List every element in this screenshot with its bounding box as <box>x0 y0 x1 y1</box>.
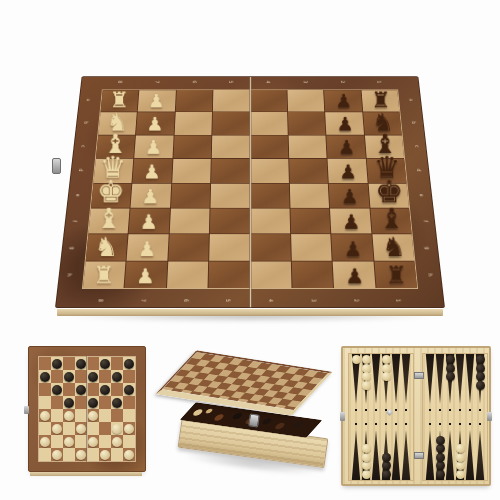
square[interactable] <box>99 357 111 370</box>
square[interactable] <box>63 422 75 435</box>
square[interactable]: ♞ <box>372 234 414 260</box>
pip-dot-icon <box>429 409 431 411</box>
light-checker[interactable] <box>52 424 62 434</box>
pip-dot-icon <box>365 423 367 425</box>
pip-dot-icon <box>469 423 471 425</box>
dark-backgammon-checker[interactable] <box>436 436 445 445</box>
backgammon-point[interactable] <box>475 430 485 480</box>
coordinate-label: e <box>75 194 81 197</box>
light-checker[interactable] <box>112 424 122 434</box>
coordinate-label: 2 <box>340 81 345 83</box>
pip-dot-icon <box>459 409 461 411</box>
pip-dot-icon <box>405 409 407 411</box>
white-p-piece[interactable]: ♟ <box>138 239 156 259</box>
square[interactable] <box>87 448 99 461</box>
dark-backgammon-checker[interactable] <box>476 381 485 390</box>
light-checker[interactable] <box>124 424 134 434</box>
black-p-piece[interactable]: ♟ <box>342 213 360 233</box>
dark-checker[interactable] <box>112 372 122 382</box>
square[interactable] <box>63 383 75 396</box>
dark-checker[interactable] <box>100 385 110 395</box>
pip-dot-icon <box>449 409 451 411</box>
square[interactable] <box>87 409 99 422</box>
square[interactable]: ♟ <box>133 159 173 183</box>
dark-backgammon-checker[interactable] <box>436 470 445 479</box>
dark-checker[interactable] <box>124 359 134 369</box>
square[interactable] <box>250 90 287 112</box>
square[interactable] <box>123 435 135 448</box>
square[interactable] <box>39 422 51 435</box>
coordinate-label: a <box>409 99 415 101</box>
light-backgammon-checker[interactable] <box>362 355 371 364</box>
square[interactable]: ♜ <box>83 261 126 288</box>
square[interactable] <box>250 135 288 158</box>
dark-backgammon-checker[interactable] <box>446 355 455 364</box>
square[interactable] <box>111 396 123 409</box>
square[interactable] <box>51 448 63 461</box>
square[interactable] <box>39 370 51 383</box>
backgammon-point[interactable] <box>445 430 455 480</box>
square[interactable] <box>288 112 326 134</box>
clasp-icon <box>248 413 260 427</box>
pip-dot-icon <box>355 423 357 425</box>
backgammon-right-half <box>422 353 488 481</box>
square[interactable]: ♝ <box>370 208 411 233</box>
square[interactable] <box>99 396 111 409</box>
pip-dot-icon <box>479 409 481 411</box>
pip-dot-icon <box>479 423 481 425</box>
light-checker[interactable] <box>88 437 98 447</box>
pip-dot-icon <box>469 409 471 411</box>
black-p-piece[interactable]: ♟ <box>335 93 352 112</box>
dark-backgammon-checker[interactable] <box>436 453 445 462</box>
square[interactable] <box>167 261 209 288</box>
square[interactable] <box>176 90 213 112</box>
square[interactable] <box>63 357 75 370</box>
square[interactable] <box>51 396 63 409</box>
coordinate-label: d <box>78 169 84 172</box>
square[interactable] <box>99 383 111 396</box>
clasp-icon <box>24 406 29 414</box>
square[interactable] <box>87 396 99 409</box>
pip-dot-icon <box>385 423 387 425</box>
light-checker[interactable] <box>100 450 110 460</box>
square[interactable] <box>39 383 51 396</box>
black-p-piece[interactable]: ♟ <box>344 239 362 259</box>
coordinate-label: 6 <box>183 299 189 302</box>
square[interactable] <box>123 409 135 422</box>
coordinate-label: 4 <box>266 81 271 83</box>
square[interactable] <box>290 208 330 233</box>
square[interactable] <box>63 409 75 422</box>
square[interactable] <box>123 383 135 396</box>
coordinate-label: 8 <box>97 299 103 302</box>
black-p-piece[interactable]: ♟ <box>345 267 364 288</box>
square[interactable]: ♟ <box>138 90 176 112</box>
square[interactable] <box>111 370 123 383</box>
light-checker[interactable] <box>52 450 62 460</box>
backgammon-point[interactable] <box>371 430 381 480</box>
square[interactable] <box>99 448 111 461</box>
checkers-fold-seam <box>86 356 88 462</box>
square[interactable] <box>250 159 288 183</box>
coordinate-label: 3 <box>303 81 308 83</box>
dark-checker[interactable] <box>40 372 50 382</box>
pip-dot-icon <box>395 423 397 425</box>
black-r-piece[interactable]: ♜ <box>386 264 407 288</box>
backgammon-board <box>341 346 491 486</box>
clasp-icon <box>487 412 492 421</box>
square[interactable] <box>87 435 99 448</box>
coordinate-label: f <box>72 220 78 222</box>
backgammon-point[interactable] <box>351 430 361 480</box>
coordinate-label: g <box>424 246 430 249</box>
light-checker[interactable] <box>112 437 122 447</box>
light-checker[interactable] <box>76 424 86 434</box>
square[interactable] <box>173 135 211 158</box>
square[interactable] <box>250 234 290 260</box>
square[interactable] <box>51 422 63 435</box>
square[interactable]: ♟ <box>329 183 369 207</box>
square[interactable] <box>51 409 63 422</box>
pip-dot-icon <box>449 423 451 425</box>
square[interactable]: ♟ <box>131 183 171 207</box>
square[interactable]: ♟ <box>332 234 374 260</box>
square[interactable] <box>51 435 63 448</box>
coordinate-label: d <box>416 169 422 172</box>
main-chess-photo: ♜♟♟♜♞♟♟♞♝♟♟♝♛♟♟♛♚♟♟♚♝♟♟♝♞♟♟♞♜♟♟♜ 88aa77b… <box>55 6 445 318</box>
light-checker[interactable] <box>64 437 74 447</box>
light-checker[interactable] <box>40 411 50 421</box>
pip-dot-icon <box>429 423 431 425</box>
light-backgammon-checker[interactable] <box>352 355 361 364</box>
square[interactable] <box>287 90 324 112</box>
square[interactable] <box>292 261 334 288</box>
square[interactable]: ♟ <box>330 208 371 233</box>
square[interactable] <box>111 422 123 435</box>
checkers-photo <box>20 340 152 490</box>
square[interactable] <box>123 357 135 370</box>
checkers-box-edge <box>30 472 142 476</box>
light-checker[interactable] <box>76 450 86 460</box>
backgammon-quadrant <box>351 430 411 480</box>
square[interactable] <box>250 112 287 134</box>
coordinate-label: b <box>411 121 417 124</box>
square[interactable] <box>211 183 250 207</box>
square[interactable] <box>289 135 327 158</box>
board-fold-seam <box>249 77 252 307</box>
coordinate-label: c <box>414 145 420 147</box>
square[interactable] <box>51 370 63 383</box>
white-p-piece[interactable]: ♟ <box>140 213 158 233</box>
checkers-board <box>28 346 146 472</box>
pip-dot-icon <box>439 423 441 425</box>
coordinate-label: c <box>80 145 86 147</box>
square[interactable] <box>212 112 249 134</box>
light-backgammon-checker[interactable] <box>456 453 465 462</box>
square[interactable] <box>169 208 209 233</box>
pip-dot-icon <box>355 409 357 411</box>
square[interactable] <box>39 448 51 461</box>
black-p-piece[interactable]: ♟ <box>338 138 355 157</box>
light-checker[interactable] <box>124 450 134 460</box>
backgammon-point[interactable] <box>425 430 435 480</box>
backgammon-point[interactable] <box>401 430 411 480</box>
pip-dot-icon <box>459 423 461 425</box>
black-b-piece[interactable]: ♝ <box>379 205 404 233</box>
square[interactable] <box>111 435 123 448</box>
square[interactable] <box>289 159 328 183</box>
coordinate-label: g <box>69 246 75 249</box>
square[interactable] <box>111 383 123 396</box>
coordinate-label: h <box>66 274 72 277</box>
backgammon-photo <box>340 344 494 490</box>
coordinate-label: 6 <box>191 81 196 83</box>
coordinate-label: 8 <box>117 81 122 83</box>
backgammon-point[interactable] <box>465 354 475 404</box>
square[interactable] <box>210 208 250 233</box>
white-p-piece[interactable]: ♟ <box>145 138 162 157</box>
square[interactable] <box>87 357 99 370</box>
square[interactable] <box>63 370 75 383</box>
square[interactable] <box>250 208 290 233</box>
square[interactable] <box>111 357 123 370</box>
white-p-piece[interactable]: ♟ <box>148 93 165 112</box>
coordinate-label: e <box>419 194 425 197</box>
light-checker[interactable] <box>64 411 74 421</box>
square[interactable]: ♟ <box>129 208 170 233</box>
coordinate-label: 1 <box>395 299 401 302</box>
square[interactable]: ♟ <box>324 90 362 112</box>
light-backgammon-checker[interactable] <box>362 453 371 462</box>
dark-checker[interactable] <box>100 359 110 369</box>
backgammon-point[interactable] <box>371 354 381 404</box>
coordinate-label: f <box>423 220 429 222</box>
square[interactable] <box>174 112 212 134</box>
square[interactable] <box>99 422 111 435</box>
white-p-piece[interactable]: ♟ <box>136 267 155 288</box>
hinge-icon <box>414 452 424 459</box>
coordinate-label: 5 <box>228 81 233 83</box>
square[interactable] <box>213 90 250 112</box>
white-n-piece[interactable]: ♞ <box>94 233 118 259</box>
white-b-piece[interactable]: ♝ <box>96 205 121 233</box>
dark-checker[interactable] <box>112 398 122 408</box>
square[interactable] <box>63 435 75 448</box>
dark-checker[interactable] <box>52 385 62 395</box>
coordinate-label: a <box>86 99 92 101</box>
square[interactable] <box>211 159 249 183</box>
folded-box-photo <box>165 336 335 492</box>
square[interactable]: ♟ <box>328 159 368 183</box>
square[interactable] <box>63 448 75 461</box>
square[interactable]: ♟ <box>125 261 167 288</box>
square[interactable] <box>123 422 135 435</box>
square[interactable] <box>99 435 111 448</box>
square[interactable] <box>51 383 63 396</box>
pip-dot-icon <box>365 409 367 411</box>
square[interactable] <box>250 261 291 288</box>
backgammon-point[interactable] <box>391 354 401 404</box>
light-backgammon-checker[interactable] <box>362 381 371 390</box>
dark-backgammon-checker[interactable] <box>382 453 391 462</box>
square[interactable]: ♟ <box>325 112 363 134</box>
black-n-piece[interactable]: ♞ <box>382 233 406 259</box>
clasp-icon <box>52 158 61 174</box>
square[interactable] <box>209 261 250 288</box>
square[interactable]: ♟ <box>333 261 375 288</box>
square[interactable] <box>99 370 111 383</box>
square[interactable] <box>87 370 99 383</box>
square[interactable] <box>123 370 135 383</box>
light-backgammon-checker[interactable] <box>382 355 391 364</box>
backgammon-left-half <box>348 353 414 481</box>
square[interactable] <box>39 357 51 370</box>
white-r-piece[interactable]: ♜ <box>93 264 114 288</box>
box-checkered-lid <box>155 350 332 416</box>
white-p-piece[interactable]: ♟ <box>146 115 163 134</box>
backgammon-quadrant <box>425 430 485 480</box>
hinge-icon <box>414 372 424 379</box>
square[interactable] <box>212 135 250 158</box>
square[interactable]: ♝ <box>88 208 129 233</box>
black-p-piece[interactable]: ♟ <box>339 162 356 181</box>
square[interactable] <box>39 396 51 409</box>
black-p-piece[interactable]: ♟ <box>337 115 354 134</box>
square[interactable] <box>168 234 209 260</box>
coordinate-label: 4 <box>268 299 274 302</box>
dark-checker[interactable] <box>76 359 86 369</box>
pip-dot-icon <box>405 423 407 425</box>
dark-checker[interactable] <box>88 372 98 382</box>
backgammon-point[interactable] <box>465 430 475 480</box>
coordinate-label: 5 <box>225 299 231 302</box>
coordinate-label: 1 <box>377 81 382 83</box>
coordinate-label: 7 <box>154 81 159 83</box>
dark-backgammon-checker[interactable] <box>476 355 485 364</box>
dark-checker[interactable] <box>124 385 134 395</box>
square[interactable] <box>209 234 249 260</box>
coordinate-label: b <box>83 121 89 124</box>
dark-checker[interactable] <box>64 372 74 382</box>
coordinate-label: 2 <box>353 299 359 302</box>
white-p-piece[interactable]: ♟ <box>142 187 160 207</box>
square[interactable] <box>39 435 51 448</box>
backgammon-point[interactable] <box>435 354 445 404</box>
light-backgammon-checker[interactable] <box>456 470 465 479</box>
dark-checker[interactable] <box>76 385 86 395</box>
pip-dot-icon <box>395 409 397 411</box>
square[interactable] <box>290 183 330 207</box>
coordinate-label: 3 <box>310 299 316 302</box>
square[interactable]: ♟ <box>135 135 174 158</box>
backgammon-point[interactable] <box>455 354 465 404</box>
square[interactable] <box>87 422 99 435</box>
dark-backgammon-checker[interactable] <box>382 470 391 479</box>
backgammon-point[interactable] <box>391 430 401 480</box>
dark-checker[interactable] <box>88 398 98 408</box>
box-base-edge <box>57 309 443 316</box>
pip-dot-icon <box>375 409 377 411</box>
square[interactable] <box>63 396 75 409</box>
square[interactable] <box>99 409 111 422</box>
square[interactable] <box>39 409 51 422</box>
light-checker[interactable] <box>88 411 98 421</box>
backgammon-point[interactable] <box>425 354 435 404</box>
dark-checker[interactable] <box>52 359 62 369</box>
pip-dot-icon <box>375 423 377 425</box>
chess-board: ♜♟♟♜♞♟♟♞♝♟♟♝♛♟♟♛♚♟♟♚♝♟♟♝♞♟♟♞♜♟♟♜ 88aa77b… <box>55 76 445 308</box>
dark-checker[interactable] <box>64 398 74 408</box>
pip-dot-icon <box>439 409 441 411</box>
square[interactable]: ♟ <box>127 234 169 260</box>
clasp-icon <box>340 412 345 421</box>
square[interactable] <box>291 234 332 260</box>
square[interactable]: ♞ <box>86 234 128 260</box>
square[interactable]: ♟ <box>136 112 174 134</box>
square[interactable] <box>111 448 123 461</box>
square[interactable] <box>111 409 123 422</box>
square[interactable]: ♜ <box>374 261 417 288</box>
square[interactable] <box>123 396 135 409</box>
square[interactable] <box>87 383 99 396</box>
square[interactable] <box>123 448 135 461</box>
black-p-piece[interactable]: ♟ <box>341 187 359 207</box>
coordinate-label: 7 <box>140 299 146 302</box>
coordinate-label: h <box>427 274 433 277</box>
square[interactable]: ♟ <box>327 135 366 158</box>
square[interactable] <box>51 357 63 370</box>
white-p-piece[interactable]: ♟ <box>143 162 160 181</box>
square[interactable] <box>172 159 211 183</box>
light-backgammon-checker[interactable] <box>362 470 371 479</box>
square[interactable] <box>250 183 289 207</box>
square[interactable] <box>171 183 211 207</box>
backgammon-point[interactable] <box>401 354 411 404</box>
light-checker[interactable] <box>40 437 50 447</box>
product-photo: ♜♟♟♜♞♟♟♞♝♟♟♝♛♟♟♛♚♟♟♚♝♟♟♝♞♟♟♞♜♟♟♜ 88aa77b… <box>0 0 500 500</box>
